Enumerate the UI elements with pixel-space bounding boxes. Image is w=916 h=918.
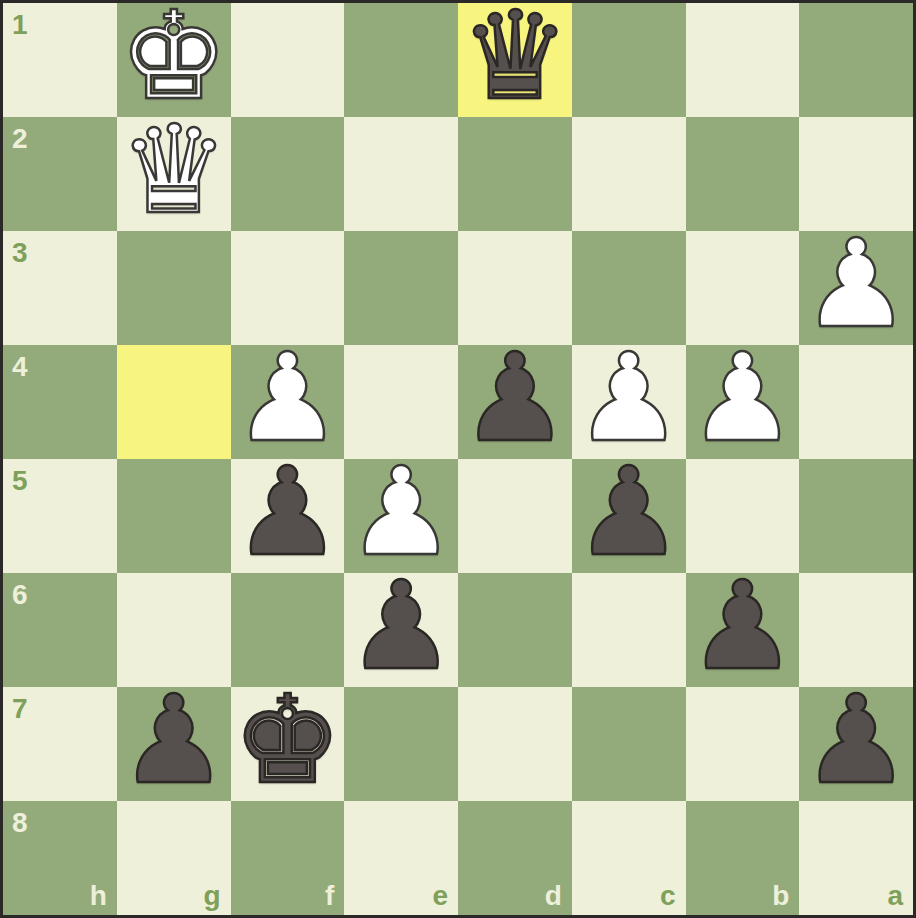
square-a8[interactable]: a [799, 801, 913, 915]
square-h6[interactable]: 6 [3, 573, 117, 687]
file-label-g: g [203, 882, 220, 910]
rank-label-7: 7 [12, 695, 28, 723]
square-g5[interactable] [117, 459, 231, 573]
rank-label-8: 8 [12, 809, 28, 837]
square-h4[interactable]: 4 [3, 345, 117, 459]
square-g8[interactable]: g [117, 801, 231, 915]
square-e2[interactable] [344, 117, 458, 231]
square-f5[interactable]: ♟ [231, 459, 345, 573]
square-c6[interactable] [572, 573, 686, 687]
square-h7[interactable]: 7 [3, 687, 117, 801]
file-label-f: f [325, 882, 334, 910]
black-pawn-a7[interactable]: ♟ [801, 683, 910, 797]
chess-board: 1♚♛2♛3♟4♟♟♟♟5♟♟♟6♟♟7♟♚♟8hgfedcba [0, 0, 916, 918]
white-pawn-b4[interactable]: ♟ [688, 341, 797, 455]
square-b6[interactable]: ♟ [686, 573, 800, 687]
file-label-a: a [887, 882, 903, 910]
square-c7[interactable] [572, 687, 686, 801]
square-h8[interactable]: 8h [3, 801, 117, 915]
rank-label-6: 6 [12, 581, 28, 609]
square-b1[interactable] [686, 3, 800, 117]
square-g4[interactable] [117, 345, 231, 459]
black-pawn-f5[interactable]: ♟ [233, 455, 342, 569]
black-pawn-e6[interactable]: ♟ [346, 569, 455, 683]
square-g3[interactable] [117, 231, 231, 345]
black-pawn-g7[interactable]: ♟ [119, 683, 228, 797]
black-king-f7[interactable]: ♚ [233, 683, 342, 797]
rank-label-3: 3 [12, 239, 28, 267]
file-label-c: c [660, 882, 676, 910]
square-h2[interactable]: 2 [3, 117, 117, 231]
square-h3[interactable]: 3 [3, 231, 117, 345]
square-f8[interactable]: f [231, 801, 345, 915]
square-a4[interactable] [799, 345, 913, 459]
square-d2[interactable] [458, 117, 572, 231]
file-label-b: b [772, 882, 789, 910]
square-f7[interactable]: ♚ [231, 687, 345, 801]
square-g2[interactable]: ♛ [117, 117, 231, 231]
square-a7[interactable]: ♟ [799, 687, 913, 801]
white-pawn-f4[interactable]: ♟ [233, 341, 342, 455]
square-e6[interactable]: ♟ [344, 573, 458, 687]
square-d4[interactable]: ♟ [458, 345, 572, 459]
square-f1[interactable] [231, 3, 345, 117]
square-a1[interactable] [799, 3, 913, 117]
rank-label-1: 1 [12, 11, 28, 39]
square-d5[interactable] [458, 459, 572, 573]
square-e1[interactable] [344, 3, 458, 117]
black-queen-d1[interactable]: ♛ [460, 0, 569, 113]
square-c5[interactable]: ♟ [572, 459, 686, 573]
rank-label-4: 4 [12, 353, 28, 381]
square-b2[interactable] [686, 117, 800, 231]
square-c2[interactable] [572, 117, 686, 231]
square-a3[interactable]: ♟ [799, 231, 913, 345]
square-d6[interactable] [458, 573, 572, 687]
square-e8[interactable]: e [344, 801, 458, 915]
file-label-d: d [545, 882, 562, 910]
square-h1[interactable]: 1 [3, 3, 117, 117]
black-pawn-b6[interactable]: ♟ [688, 569, 797, 683]
square-c8[interactable]: c [572, 801, 686, 915]
square-b4[interactable]: ♟ [686, 345, 800, 459]
black-pawn-c5[interactable]: ♟ [574, 455, 683, 569]
square-d8[interactable]: d [458, 801, 572, 915]
white-pawn-a3[interactable]: ♟ [801, 227, 910, 341]
white-pawn-e5[interactable]: ♟ [346, 455, 455, 569]
square-c1[interactable] [572, 3, 686, 117]
square-e7[interactable] [344, 687, 458, 801]
square-d7[interactable] [458, 687, 572, 801]
square-g7[interactable]: ♟ [117, 687, 231, 801]
square-a5[interactable] [799, 459, 913, 573]
white-king-g1[interactable]: ♚ [119, 0, 228, 113]
file-label-h: h [90, 882, 107, 910]
square-e3[interactable] [344, 231, 458, 345]
rank-label-5: 5 [12, 467, 28, 495]
white-queen-g2[interactable]: ♛ [119, 113, 228, 227]
square-h5[interactable]: 5 [3, 459, 117, 573]
black-pawn-d4[interactable]: ♟ [460, 341, 569, 455]
square-b7[interactable] [686, 687, 800, 801]
rank-label-2: 2 [12, 125, 28, 153]
square-b8[interactable]: b [686, 801, 800, 915]
square-d1[interactable]: ♛ [458, 3, 572, 117]
square-f2[interactable] [231, 117, 345, 231]
file-label-e: e [432, 882, 448, 910]
white-pawn-c4[interactable]: ♟ [574, 341, 683, 455]
